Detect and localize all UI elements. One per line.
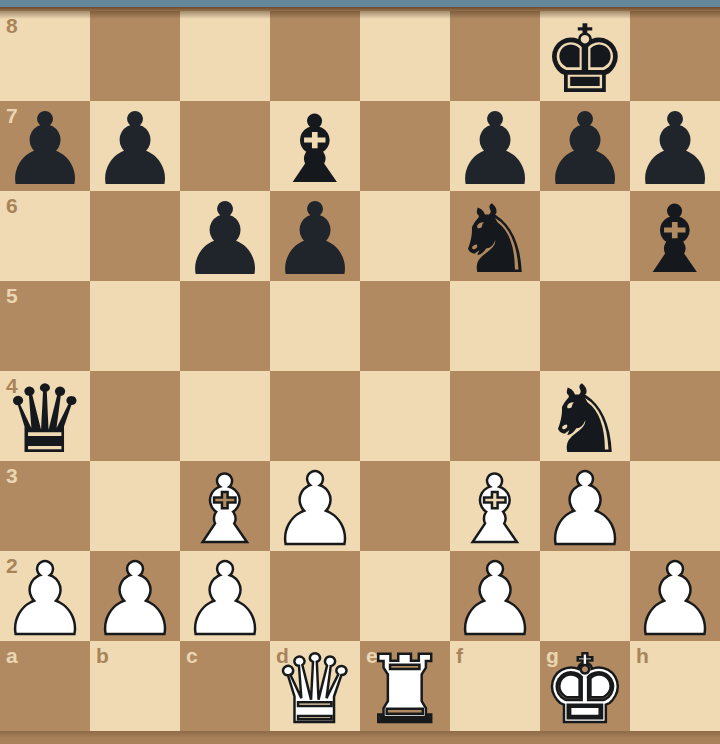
square-b4[interactable] xyxy=(90,371,180,461)
square-c7[interactable] xyxy=(180,101,270,191)
black-pawn-piece[interactable]: ♟ xyxy=(180,195,270,285)
square-d4[interactable] xyxy=(270,371,360,461)
square-f6[interactable]: ♞ xyxy=(450,191,540,281)
white-pawn-piece[interactable]: ♟ xyxy=(0,555,90,645)
square-g3[interactable]: ♟ xyxy=(540,461,630,551)
white-queen-piece[interactable]: ♛ xyxy=(270,645,360,735)
white-rook-piece[interactable]: ♜ xyxy=(360,645,450,735)
square-c8[interactable] xyxy=(180,11,270,101)
square-g8[interactable]: ♚ xyxy=(540,11,630,101)
square-f8[interactable] xyxy=(450,11,540,101)
square-a3[interactable]: 3 xyxy=(0,461,90,551)
black-knight-piece[interactable]: ♞ xyxy=(450,195,540,285)
black-pawn-piece[interactable]: ♟ xyxy=(450,105,540,195)
square-d7[interactable]: ♝ xyxy=(270,101,360,191)
square-b7[interactable]: ♟ xyxy=(90,101,180,191)
square-g1[interactable]: g♚ xyxy=(540,641,630,731)
square-e7[interactable] xyxy=(360,101,450,191)
square-h7[interactable]: ♟ xyxy=(630,101,720,191)
square-h3[interactable] xyxy=(630,461,720,551)
square-f2[interactable]: ♟ xyxy=(450,551,540,641)
square-c3[interactable]: ♝ xyxy=(180,461,270,551)
square-e4[interactable] xyxy=(360,371,450,461)
white-pawn-piece[interactable]: ♟ xyxy=(90,555,180,645)
square-b2[interactable]: ♟ xyxy=(90,551,180,641)
square-e1[interactable]: e♜ xyxy=(360,641,450,731)
square-h8[interactable] xyxy=(630,11,720,101)
black-pawn-piece[interactable]: ♟ xyxy=(90,105,180,195)
square-e8[interactable] xyxy=(360,11,450,101)
square-h4[interactable] xyxy=(630,371,720,461)
square-d6[interactable]: ♟ xyxy=(270,191,360,281)
square-g5[interactable] xyxy=(540,281,630,371)
square-g4[interactable]: ♞ xyxy=(540,371,630,461)
square-h6[interactable]: ♝ xyxy=(630,191,720,281)
square-a8[interactable]: 8 xyxy=(0,11,90,101)
black-pawn-piece[interactable]: ♟ xyxy=(630,105,720,195)
square-f4[interactable] xyxy=(450,371,540,461)
square-e2[interactable] xyxy=(360,551,450,641)
black-bishop-piece[interactable]: ♝ xyxy=(630,195,720,285)
white-pawn-piece[interactable]: ♟ xyxy=(180,555,270,645)
square-b5[interactable] xyxy=(90,281,180,371)
square-e5[interactable] xyxy=(360,281,450,371)
square-h5[interactable] xyxy=(630,281,720,371)
square-a4[interactable]: 4♛ xyxy=(0,371,90,461)
square-c2[interactable]: ♟ xyxy=(180,551,270,641)
black-pawn-piece[interactable]: ♟ xyxy=(540,105,630,195)
square-a7[interactable]: 7♟ xyxy=(0,101,90,191)
coord-rank-5: 5 xyxy=(6,284,18,307)
square-d8[interactable] xyxy=(270,11,360,101)
square-g7[interactable]: ♟ xyxy=(540,101,630,191)
square-e6[interactable] xyxy=(360,191,450,281)
square-e3[interactable] xyxy=(360,461,450,551)
black-pawn-piece[interactable]: ♟ xyxy=(270,195,360,285)
square-d3[interactable]: ♟ xyxy=(270,461,360,551)
coord-rank-8: 8 xyxy=(6,14,18,37)
black-pawn-piece[interactable]: ♟ xyxy=(0,105,90,195)
white-pawn-piece[interactable]: ♟ xyxy=(630,555,720,645)
square-c4[interactable] xyxy=(180,371,270,461)
square-f5[interactable] xyxy=(450,281,540,371)
square-f7[interactable]: ♟ xyxy=(450,101,540,191)
square-d1[interactable]: d♛ xyxy=(270,641,360,731)
square-f3[interactable]: ♝ xyxy=(450,461,540,551)
square-a2[interactable]: 2♟ xyxy=(0,551,90,641)
white-pawn-piece[interactable]: ♟ xyxy=(450,555,540,645)
chess-app-screen: 8♚7♟♟♝♟♟♟6♟♟♞♝54♛♞3♝♟♝♟2♟♟♟♟♟abcd♛e♜fg♚h xyxy=(0,0,720,744)
square-h2[interactable]: ♟ xyxy=(630,551,720,641)
square-a5[interactable]: 5 xyxy=(0,281,90,371)
white-pawn-piece[interactable]: ♟ xyxy=(540,465,630,555)
white-pawn-piece[interactable]: ♟ xyxy=(270,465,360,555)
chess-board[interactable]: 8♚7♟♟♝♟♟♟6♟♟♞♝54♛♞3♝♟♝♟2♟♟♟♟♟abcd♛e♜fg♚h xyxy=(0,11,720,731)
square-b3[interactable] xyxy=(90,461,180,551)
white-king-piece[interactable]: ♚ xyxy=(540,645,630,735)
black-queen-piece[interactable]: ♛ xyxy=(0,375,90,465)
square-c6[interactable]: ♟ xyxy=(180,191,270,281)
square-b8[interactable] xyxy=(90,11,180,101)
